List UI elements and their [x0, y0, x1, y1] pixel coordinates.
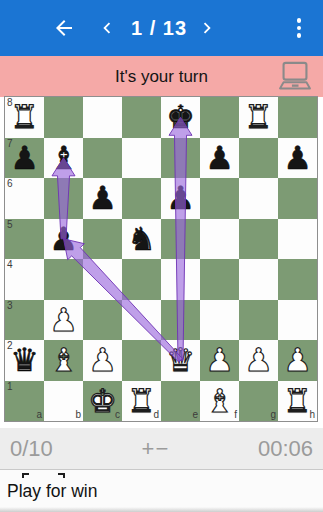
square-e1[interactable]: e — [161, 381, 200, 422]
square-d7[interactable] — [122, 138, 161, 179]
square-f6[interactable] — [200, 178, 239, 219]
square-g6[interactable] — [239, 178, 278, 219]
square-g7[interactable] — [239, 138, 278, 179]
square-b2[interactable]: ♝ — [44, 340, 83, 381]
square-g4[interactable] — [239, 259, 278, 300]
square-c3[interactable] — [83, 300, 122, 341]
footer-panel: Play for win — [0, 469, 323, 512]
white-rook-d1[interactable]: ♜ — [127, 385, 156, 417]
black-pawn-e6[interactable]: ♟ — [166, 182, 195, 214]
rank-label-7: 7 — [7, 139, 13, 149]
overflow-menu-icon[interactable] — [290, 14, 308, 42]
square-f3[interactable] — [200, 300, 239, 341]
file-label-f: f — [234, 410, 237, 420]
adjust-stepper-button[interactable]: +− — [142, 436, 170, 462]
square-a8[interactable]: 8♜ — [5, 97, 44, 138]
square-g8[interactable]: ♜ — [239, 97, 278, 138]
white-bishop-b2[interactable]: ♝ — [49, 344, 78, 376]
square-b3[interactable]: ♟ — [44, 300, 83, 341]
rank-label-1: 1 — [7, 382, 13, 392]
file-label-g: g — [270, 410, 276, 420]
rank-label-5: 5 — [7, 220, 13, 230]
square-a4[interactable]: 4 — [5, 259, 44, 300]
status-bar: 0/10 +− 00:06 — [0, 428, 323, 469]
square-c2[interactable]: ♟ — [83, 340, 122, 381]
square-a7[interactable]: 7♟ — [5, 138, 44, 179]
square-c5[interactable] — [83, 219, 122, 260]
square-d8[interactable] — [122, 97, 161, 138]
square-a2[interactable]: 2♛ — [5, 340, 44, 381]
rank-label-8: 8 — [7, 98, 13, 108]
file-label-c: c — [115, 410, 120, 420]
turn-banner: It's your turn — [0, 56, 323, 97]
square-e4[interactable] — [161, 259, 200, 300]
previous-puzzle-icon[interactable] — [96, 17, 118, 39]
black-bishop-b7[interactable]: ♝ — [49, 142, 78, 174]
puzzle-list-grid-icon[interactable] — [247, 17, 271, 39]
black-pawn-a7[interactable]: ♟ — [10, 142, 39, 174]
square-h6[interactable] — [278, 178, 317, 219]
square-f5[interactable] — [200, 219, 239, 260]
square-f8[interactable] — [200, 97, 239, 138]
file-label-a: a — [36, 410, 42, 420]
square-c6[interactable]: ♟ — [83, 178, 122, 219]
square-b7[interactable]: ♝ — [44, 138, 83, 179]
square-e7[interactable] — [161, 138, 200, 179]
square-a5[interactable]: 5 — [5, 219, 44, 260]
square-b1[interactable]: b — [44, 381, 83, 422]
clipped-content-mark — [22, 473, 29, 478]
square-d3[interactable] — [122, 300, 161, 341]
square-c4[interactable] — [83, 259, 122, 300]
white-pawn-f2[interactable]: ♟ — [205, 344, 234, 376]
square-f2[interactable]: ♟ — [200, 340, 239, 381]
white-queen-e2[interactable]: ♛ — [166, 344, 195, 376]
square-g5[interactable] — [239, 219, 278, 260]
clipped-content-mark — [58, 473, 65, 478]
white-pawn-b3[interactable]: ♟ — [49, 304, 78, 336]
computer-laptop-icon[interactable] — [273, 60, 317, 94]
square-f1[interactable]: f♝ — [200, 381, 239, 422]
file-label-e: e — [192, 410, 198, 420]
square-d5[interactable]: ♞ — [122, 219, 161, 260]
rank-label-4: 4 — [7, 260, 13, 270]
score-counter: 0/10 — [10, 436, 53, 462]
bottom-shadow — [0, 507, 323, 512]
square-h1[interactable]: h♜ — [278, 381, 317, 422]
app-bar: 1 / 13 — [0, 0, 323, 56]
square-d1[interactable]: d♜ — [122, 381, 161, 422]
goal-text: Play for win — [7, 481, 97, 502]
square-f4[interactable] — [200, 259, 239, 300]
square-a6[interactable]: 6 — [5, 178, 44, 219]
puzzle-counter: 1 / 13 — [120, 0, 198, 56]
square-h7[interactable]: ♟ — [278, 138, 317, 179]
square-e2[interactable]: ♛ — [161, 340, 200, 381]
square-e3[interactable] — [161, 300, 200, 341]
square-h2[interactable]: ♟ — [278, 340, 317, 381]
square-b8[interactable] — [44, 97, 83, 138]
square-d6[interactable] — [122, 178, 161, 219]
square-c7[interactable] — [83, 138, 122, 179]
square-e6[interactable]: ♟ — [161, 178, 200, 219]
white-rook-a8[interactable]: ♜ — [10, 101, 39, 133]
white-pawn-c2[interactable]: ♟ — [88, 344, 117, 376]
square-h3[interactable] — [278, 300, 317, 341]
white-rook-h1[interactable]: ♜ — [283, 385, 312, 417]
rank-label-2: 2 — [7, 341, 13, 351]
square-b5[interactable]: ♟ — [44, 219, 83, 260]
black-queen-a2[interactable]: ♛ — [10, 344, 39, 376]
square-g3[interactable] — [239, 300, 278, 341]
black-king-e8[interactable]: ♚ — [166, 101, 195, 133]
square-e8[interactable]: ♚ — [161, 97, 200, 138]
chess-board[interactable]: 8♜♚♜7♟♝♟♟6♟♟5♟♞43♟2♛♝♟♛♟♟♟1abc♚d♜ef♝gh♜ — [5, 97, 317, 421]
square-b6[interactable] — [44, 178, 83, 219]
file-label-h: h — [309, 410, 315, 420]
square-c8[interactable] — [83, 97, 122, 138]
rank-label-6: 6 — [7, 179, 13, 189]
white-king-c1[interactable]: ♚ — [88, 385, 117, 417]
white-pawn-g2[interactable]: ♟ — [244, 344, 273, 376]
next-puzzle-icon[interactable] — [196, 17, 218, 39]
white-bishop-f1[interactable]: ♝ — [205, 385, 234, 417]
black-knight-d5[interactable]: ♞ — [127, 223, 156, 255]
square-h4[interactable] — [278, 259, 317, 300]
square-g1[interactable]: g — [239, 381, 278, 422]
black-pawn-c6[interactable]: ♟ — [88, 182, 117, 214]
white-pawn-h2[interactable]: ♟ — [283, 344, 312, 376]
black-pawn-h7[interactable]: ♟ — [283, 142, 312, 174]
square-a3[interactable]: 3 — [5, 300, 44, 341]
square-g2[interactable]: ♟ — [239, 340, 278, 381]
black-pawn-f7[interactable]: ♟ — [205, 142, 234, 174]
timer: 00:06 — [258, 436, 313, 462]
square-d4[interactable] — [122, 259, 161, 300]
square-a1[interactable]: 1a — [5, 381, 44, 422]
white-rook-g8[interactable]: ♜ — [244, 101, 273, 133]
square-f7[interactable]: ♟ — [200, 138, 239, 179]
file-label-b: b — [75, 410, 81, 420]
square-h5[interactable] — [278, 219, 317, 260]
square-d2[interactable] — [122, 340, 161, 381]
black-pawn-b5[interactable]: ♟ — [49, 223, 78, 255]
file-label-d: d — [153, 410, 159, 420]
app-screen: 1 / 13 It's your turn 8♜♚♜7♟♝♟♟6♟♟5♟♞43♟… — [0, 0, 323, 512]
square-e5[interactable] — [161, 219, 200, 260]
rank-label-3: 3 — [7, 301, 13, 311]
back-icon[interactable] — [50, 14, 78, 42]
square-b4[interactable] — [44, 259, 83, 300]
square-h8[interactable] — [278, 97, 317, 138]
square-c1[interactable]: c♚ — [83, 381, 122, 422]
